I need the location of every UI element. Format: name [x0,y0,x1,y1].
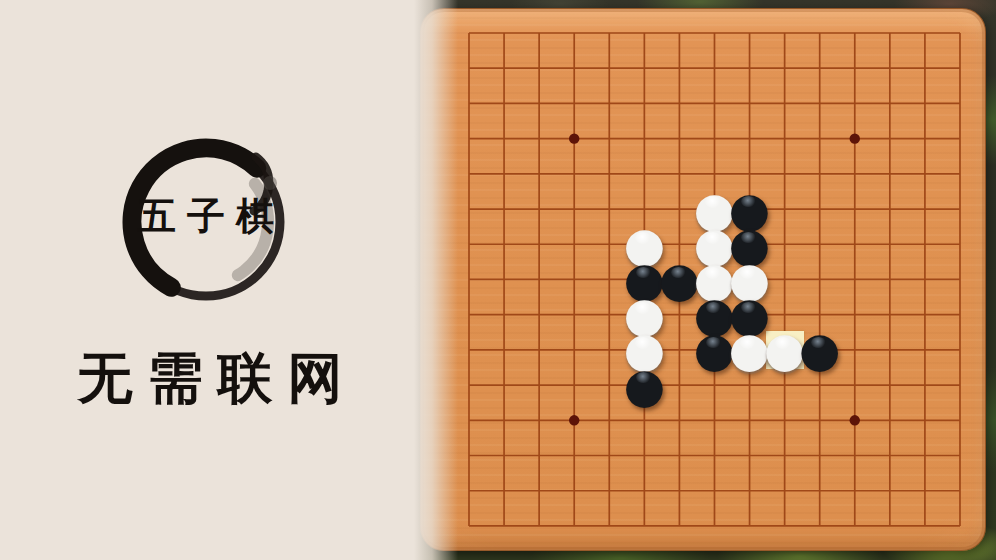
stone-gloss [740,267,756,279]
stones-layer: ●●●●●●●●●●●●●●●●●● [452,15,978,543]
board-cell: ● [732,297,767,332]
white-stone: ● [694,192,736,227]
intro-panel: 五子棋 无需联网 [0,0,458,560]
white-stone: ● [623,227,665,262]
black-stone: ● [623,368,665,403]
board-cell: ● [732,262,767,297]
stone-gloss [705,196,721,208]
stone-gloss [740,337,756,349]
tagline-text: 无需联网 [0,342,420,416]
board-cell: ● [627,262,662,297]
board-cell: ● [697,262,732,297]
stone-gloss [741,196,756,207]
app-title: 五子棋 [110,191,302,242]
stone-gloss [741,302,756,313]
board-cell: ● [627,332,662,367]
stone-gloss [635,337,651,349]
board-cell: ● [732,332,767,367]
black-stone: ● [729,192,771,227]
board-cell: ● [767,332,802,367]
board-cell: ● [732,191,767,226]
board-cell: ● [627,297,662,332]
stone-gloss [706,302,721,313]
black-stone: ● [729,297,771,332]
stone-gloss [636,267,651,278]
black-stone: ● [623,262,665,297]
stone-gloss [636,372,651,383]
board-cell: ● [627,367,662,402]
stone-gloss [741,232,756,243]
white-stone: ● [764,332,806,367]
black-stone: ● [658,262,700,297]
stone-gloss [671,267,686,278]
stone-gloss [706,337,721,348]
black-stone: ● [694,332,736,367]
black-stone: ● [694,297,736,332]
app-logo: 五子棋 [110,131,302,313]
stone-gloss [705,232,721,244]
white-stone: ● [694,227,736,262]
white-stone: ● [623,332,665,367]
board-cell: ● [627,227,662,262]
white-stone: ● [694,262,736,297]
stone-gloss [811,337,826,348]
board-cell: ● [732,227,767,262]
stone-gloss [635,232,651,244]
board-cell: ● [697,227,732,262]
board-cell: ● [802,332,837,367]
black-stone: ● [799,332,841,367]
stone-gloss [775,337,791,349]
board-cell: ● [662,262,697,297]
black-stone: ● [729,227,771,262]
white-stone: ● [729,332,771,367]
white-stone: ● [729,262,771,297]
stone-gloss [635,302,651,314]
stone-gloss [705,267,721,279]
board-cell: ● [697,332,732,367]
app-screenshot: ●●●●●●●●●●●●●●●●●● 五子棋 无需联网 [0,0,996,560]
board-cell: ● [697,191,732,226]
game-board[interactable]: ●●●●●●●●●●●●●●●●●● [420,8,986,551]
board-cell: ● [697,297,732,332]
white-stone: ● [623,297,665,332]
